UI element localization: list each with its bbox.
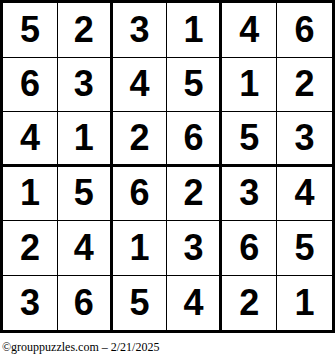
- puzzle-page: 5 2 3 1 4 6 6 3 4 5 1 2 4 1 2 6 5 3 1 5 …: [0, 0, 335, 357]
- sudoku-cell-r5c5: 6: [222, 221, 277, 276]
- sudoku-cell-r1c6: 6: [277, 3, 332, 58]
- sudoku-cell-r4c2: 5: [58, 167, 113, 222]
- sudoku-cell-r1c3: 3: [113, 3, 168, 58]
- sudoku-cell-r2c5: 1: [222, 58, 277, 113]
- sudoku-cell-r6c5: 2: [222, 276, 277, 331]
- copyright-text: ©grouppuzzles.com – 2/21/2025: [2, 340, 159, 355]
- sudoku-cell-r6c1: 3: [3, 276, 58, 331]
- sudoku-cell-r2c3: 4: [113, 58, 168, 113]
- sudoku-cell-r5c1: 2: [3, 221, 58, 276]
- sudoku-cell-r6c3: 5: [113, 276, 168, 331]
- sudoku-cell-r3c4: 6: [167, 112, 222, 167]
- sudoku-cell-r5c4: 3: [167, 221, 222, 276]
- sudoku-cell-r3c5: 5: [222, 112, 277, 167]
- sudoku-cell-r2c1: 6: [3, 58, 58, 113]
- sudoku-cell-r2c4: 5: [167, 58, 222, 113]
- sudoku-cell-r1c4: 1: [167, 3, 222, 58]
- sudoku-cell-r3c2: 1: [58, 112, 113, 167]
- sudoku-cell-r4c3: 6: [113, 167, 168, 222]
- sudoku-cell-r5c2: 4: [58, 221, 113, 276]
- sudoku-cell-r5c3: 1: [113, 221, 168, 276]
- sudoku-cell-r6c2: 6: [58, 276, 113, 331]
- sudoku-cell-r6c6: 1: [277, 276, 332, 331]
- sudoku-cell-r5c6: 5: [277, 221, 332, 276]
- sudoku-cell-r2c2: 3: [58, 58, 113, 113]
- sudoku-cell-r4c5: 3: [222, 167, 277, 222]
- sudoku-cell-r1c2: 2: [58, 3, 113, 58]
- sudoku-cell-r3c1: 4: [3, 112, 58, 167]
- sudoku-cell-r4c4: 2: [167, 167, 222, 222]
- sudoku-cell-r6c4: 4: [167, 276, 222, 331]
- sudoku-cell-r1c1: 5: [3, 3, 58, 58]
- sudoku-board: 5 2 3 1 4 6 6 3 4 5 1 2 4 1 2 6 5 3 1 5 …: [0, 0, 335, 333]
- sudoku-cell-r3c6: 3: [277, 112, 332, 167]
- sudoku-cell-r3c3: 2: [113, 112, 168, 167]
- sudoku-cell-r1c5: 4: [222, 3, 277, 58]
- sudoku-cell-r4c1: 1: [3, 167, 58, 222]
- sudoku-cell-r2c6: 2: [277, 58, 332, 113]
- sudoku-cell-r4c6: 4: [277, 167, 332, 222]
